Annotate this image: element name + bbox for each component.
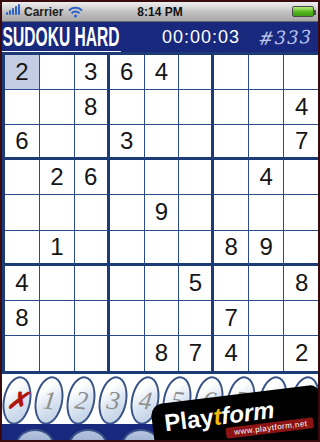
keypad-button-label: 2 — [73, 385, 90, 416]
sudoku-cell-r3c4[interactable]: 3 — [110, 125, 145, 160]
sudoku-cell-r4c2[interactable]: 2 — [40, 160, 75, 195]
sudoku-cell-r9c5[interactable]: 8 — [145, 336, 180, 371]
sudoku-cell-r7c2[interactable] — [40, 266, 75, 301]
sudoku-cell-r9c3[interactable] — [75, 336, 110, 371]
sudoku-cell-r4c3[interactable]: 6 — [75, 160, 110, 195]
sudoku-cell-r1c7[interactable] — [214, 55, 249, 90]
battery-icon — [292, 6, 314, 17]
sudoku-cell-r7c4[interactable] — [110, 266, 145, 301]
clock: 8:14 PM — [2, 5, 318, 19]
sudoku-cell-r3c2[interactable] — [40, 125, 75, 160]
sudoku-cell-r2c6[interactable] — [179, 90, 214, 125]
sudoku-cell-r5c1[interactable] — [5, 195, 40, 230]
sudoku-cell-r8c1[interactable]: 8 — [5, 301, 40, 336]
keypad-second-row-button[interactable] — [69, 429, 107, 440]
keypad-button-1[interactable]: 1 — [31, 374, 68, 427]
sudoku-cell-r1c5[interactable]: 4 — [145, 55, 180, 90]
sudoku-cell-r2c2[interactable] — [40, 90, 75, 125]
sudoku-cell-r4c7[interactable] — [214, 160, 249, 195]
sudoku-cell-r2c5[interactable] — [145, 90, 180, 125]
sudoku-cell-r9c8[interactable] — [249, 336, 284, 371]
sudoku-cell-r3c3[interactable] — [75, 125, 110, 160]
sudoku-cell-r8c4[interactable] — [110, 301, 145, 336]
sudoku-cell-r1c6[interactable] — [179, 55, 214, 90]
sudoku-cell-r6c8[interactable]: 9 — [249, 231, 284, 266]
sudoku-cell-r7c7[interactable] — [214, 266, 249, 301]
sudoku-cell-r2c4[interactable] — [110, 90, 145, 125]
keypad-button-clear[interactable]: ✗ — [0, 374, 35, 427]
sudoku-board: 2364846372649189458878742 — [2, 52, 320, 374]
sudoku-cell-r7c1[interactable]: 4 — [5, 266, 40, 301]
sudoku-cell-r8c6[interactable] — [179, 301, 214, 336]
sudoku-cell-r9c2[interactable] — [40, 336, 75, 371]
app-title: SUDOKU HARD — [2, 21, 121, 52]
sudoku-cell-r7c6[interactable]: 5 — [179, 266, 214, 301]
sudoku-cell-r3c8[interactable] — [249, 125, 284, 160]
sudoku-cell-r2c1[interactable] — [5, 90, 40, 125]
sudoku-cell-r3c7[interactable] — [214, 125, 249, 160]
puzzle-number: #333 — [256, 26, 310, 49]
keypad-button-label: ✗ — [5, 385, 29, 416]
keypad-button-2[interactable]: 2 — [63, 374, 100, 427]
sudoku-cell-r6c3[interactable] — [75, 231, 110, 266]
sudoku-cell-r5c6[interactable] — [179, 195, 214, 230]
sudoku-cell-r4c8[interactable]: 4 — [249, 160, 284, 195]
sudoku-cell-r6c6[interactable] — [179, 231, 214, 266]
sudoku-cell-r2c7[interactable] — [214, 90, 249, 125]
sudoku-cell-r8c3[interactable] — [75, 301, 110, 336]
sudoku-cell-r7c9[interactable]: 8 — [284, 266, 319, 301]
game-timer: 00:00:03 — [162, 27, 240, 48]
sudoku-cell-r5c8[interactable] — [249, 195, 284, 230]
keypad-button-3[interactable]: 3 — [95, 374, 132, 427]
sudoku-cell-r1c8[interactable] — [249, 55, 284, 90]
sudoku-cell-r8c2[interactable] — [40, 301, 75, 336]
app-header: SUDOKU HARD 00:00:03 #333 — [2, 22, 318, 52]
sudoku-cell-r8c5[interactable] — [145, 301, 180, 336]
sudoku-cell-r9c9[interactable]: 2 — [284, 336, 319, 371]
sudoku-cell-r7c3[interactable] — [75, 266, 110, 301]
sudoku-cell-r4c4[interactable] — [110, 160, 145, 195]
sudoku-cell-r2c3[interactable]: 8 — [75, 90, 110, 125]
sudoku-cell-r3c1[interactable]: 6 — [5, 125, 40, 160]
sudoku-cell-r1c9[interactable] — [284, 55, 319, 90]
sudoku-cell-r6c1[interactable] — [5, 231, 40, 266]
sudoku-cell-r3c5[interactable] — [145, 125, 180, 160]
sudoku-cell-r9c1[interactable] — [5, 336, 40, 371]
sudoku-cell-r5c5[interactable]: 9 — [145, 195, 180, 230]
keypad-button-label: 1 — [41, 385, 58, 416]
sudoku-cell-r4c9[interactable] — [284, 160, 319, 195]
sudoku-cell-r8c7[interactable]: 7 — [214, 301, 249, 336]
sudoku-cell-r9c4[interactable] — [110, 336, 145, 371]
sudoku-cell-r1c4[interactable]: 6 — [110, 55, 145, 90]
sudoku-cell-r4c1[interactable] — [5, 160, 40, 195]
sudoku-cell-r6c4[interactable] — [110, 231, 145, 266]
keypad-button-label: 3 — [105, 385, 122, 416]
sudoku-cell-r7c8[interactable] — [249, 266, 284, 301]
sudoku-cell-r3c9[interactable]: 7 — [284, 125, 319, 160]
sudoku-cell-r6c7[interactable]: 8 — [214, 231, 249, 266]
keypad-second-row-button[interactable] — [16, 429, 54, 440]
sudoku-cell-r1c1[interactable]: 2 — [5, 55, 40, 90]
sudoku-cell-r5c9[interactable] — [284, 195, 319, 230]
sudoku-cell-r1c3[interactable]: 3 — [75, 55, 110, 90]
sudoku-cell-r5c3[interactable] — [75, 195, 110, 230]
iphone-screen: Carrier 8:14 PM SUDOKU HARD 00:00:03 #33… — [0, 0, 320, 442]
sudoku-cell-r5c2[interactable] — [40, 195, 75, 230]
sudoku-cell-r4c6[interactable] — [179, 160, 214, 195]
sudoku-cell-r5c7[interactable] — [214, 195, 249, 230]
sudoku-cell-r3c6[interactable] — [179, 125, 214, 160]
sudoku-cell-r6c9[interactable] — [284, 231, 319, 266]
brand-text-pre: Play — [163, 403, 215, 436]
sudoku-cell-r7c5[interactable] — [145, 266, 180, 301]
sudoku-cell-r8c9[interactable] — [284, 301, 319, 336]
sudoku-cell-r5c4[interactable] — [110, 195, 145, 230]
sudoku-cell-r2c8[interactable] — [249, 90, 284, 125]
sudoku-cell-r9c7[interactable]: 4 — [214, 336, 249, 371]
sudoku-cell-r6c2[interactable]: 1 — [40, 231, 75, 266]
sudoku-cell-r1c2[interactable] — [40, 55, 75, 90]
sudoku-cell-r6c5[interactable] — [145, 231, 180, 266]
sudoku-cell-r4c5[interactable] — [145, 160, 180, 195]
sudoku-cell-r8c8[interactable] — [249, 301, 284, 336]
sudoku-cell-r2c9[interactable]: 4 — [284, 90, 319, 125]
sudoku-cell-r9c6[interactable]: 7 — [179, 336, 214, 371]
